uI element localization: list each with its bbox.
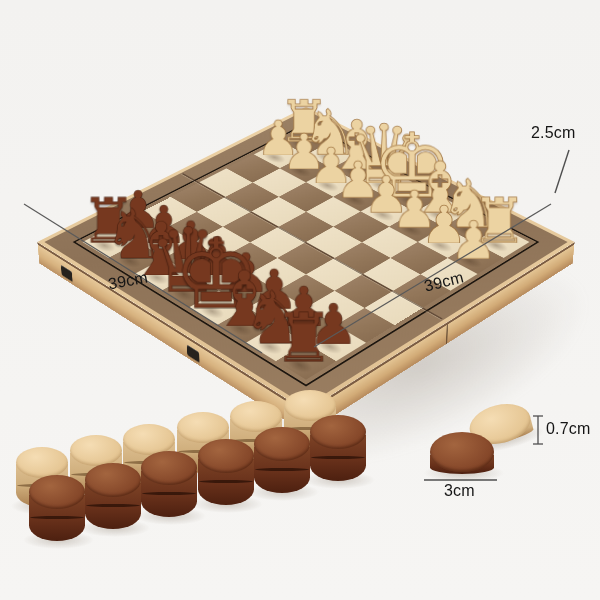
board-squares: ♜♞♝♛♚♝♞♜♟♟♟♟♟♟♟♟♟♟♟♟♟♟♟♟♜♞♝♛♚♝♞♜ [83,128,530,380]
checker-stack-front-5 [254,427,310,493]
checker-diameter-label: 3cm [444,482,475,500]
chess-board-scene: ♜♞♝♛♚♝♞♜♟♟♟♟♟♟♟♟♟♟♟♟♟♟♟♟♜♞♝♛♚♝♞♜ [116,52,496,432]
chess-board: ♜♞♝♛♚♝♞♜♟♟♟♟♟♟♟♟♟♟♟♟♟♟♟♟♜♞♝♛♚♝♞♜ [37,107,574,411]
checker-top [70,435,122,466]
checker-thickness-label: 0.7cm [546,420,591,438]
checker-stack-front-2 [85,463,141,529]
checker-top [16,447,68,478]
stack-groove [142,492,196,495]
piece-white-pawn-h2: ♟ [428,214,519,267]
square-h8: ♜ [276,343,337,380]
loose-checker-dark [430,432,494,474]
checker-stack-front-3 [141,451,197,517]
stack-groove [255,468,309,471]
board-boundary-line: ♜♞♝♛♚♝♞♜♟♟♟♟♟♟♟♟♟♟♟♟♟♟♟♟♜♞♝♛♚♝♞♜ [73,123,540,386]
checker-top [29,475,85,509]
board-thickness-label: 2.5cm [531,124,576,142]
board-frame: ♜♞♝♛♚♝♞♜♟♟♟♟♟♟♟♟♟♟♟♟♟♟♟♟♜♞♝♛♚♝♞♜ [44,110,567,406]
clasp-latch [61,265,73,282]
stack-groove [311,456,365,459]
thickness-leader-line [555,150,569,193]
fold-seam-edge [446,324,448,344]
checker-stack-front-4 [198,439,254,505]
stack-groove [30,516,84,519]
square-d4 [278,211,333,242]
checker-top [141,451,197,485]
stack-groove [86,504,140,507]
stack-groove [199,480,253,483]
checker-top [198,439,254,473]
checker-top [310,415,366,449]
checker-top [430,432,494,472]
clasp-latch [187,344,200,362]
checker-stack-front-1 [29,475,85,541]
checker-stack-front-6 [310,415,366,481]
checker-top [85,463,141,497]
checker-top [254,427,310,461]
